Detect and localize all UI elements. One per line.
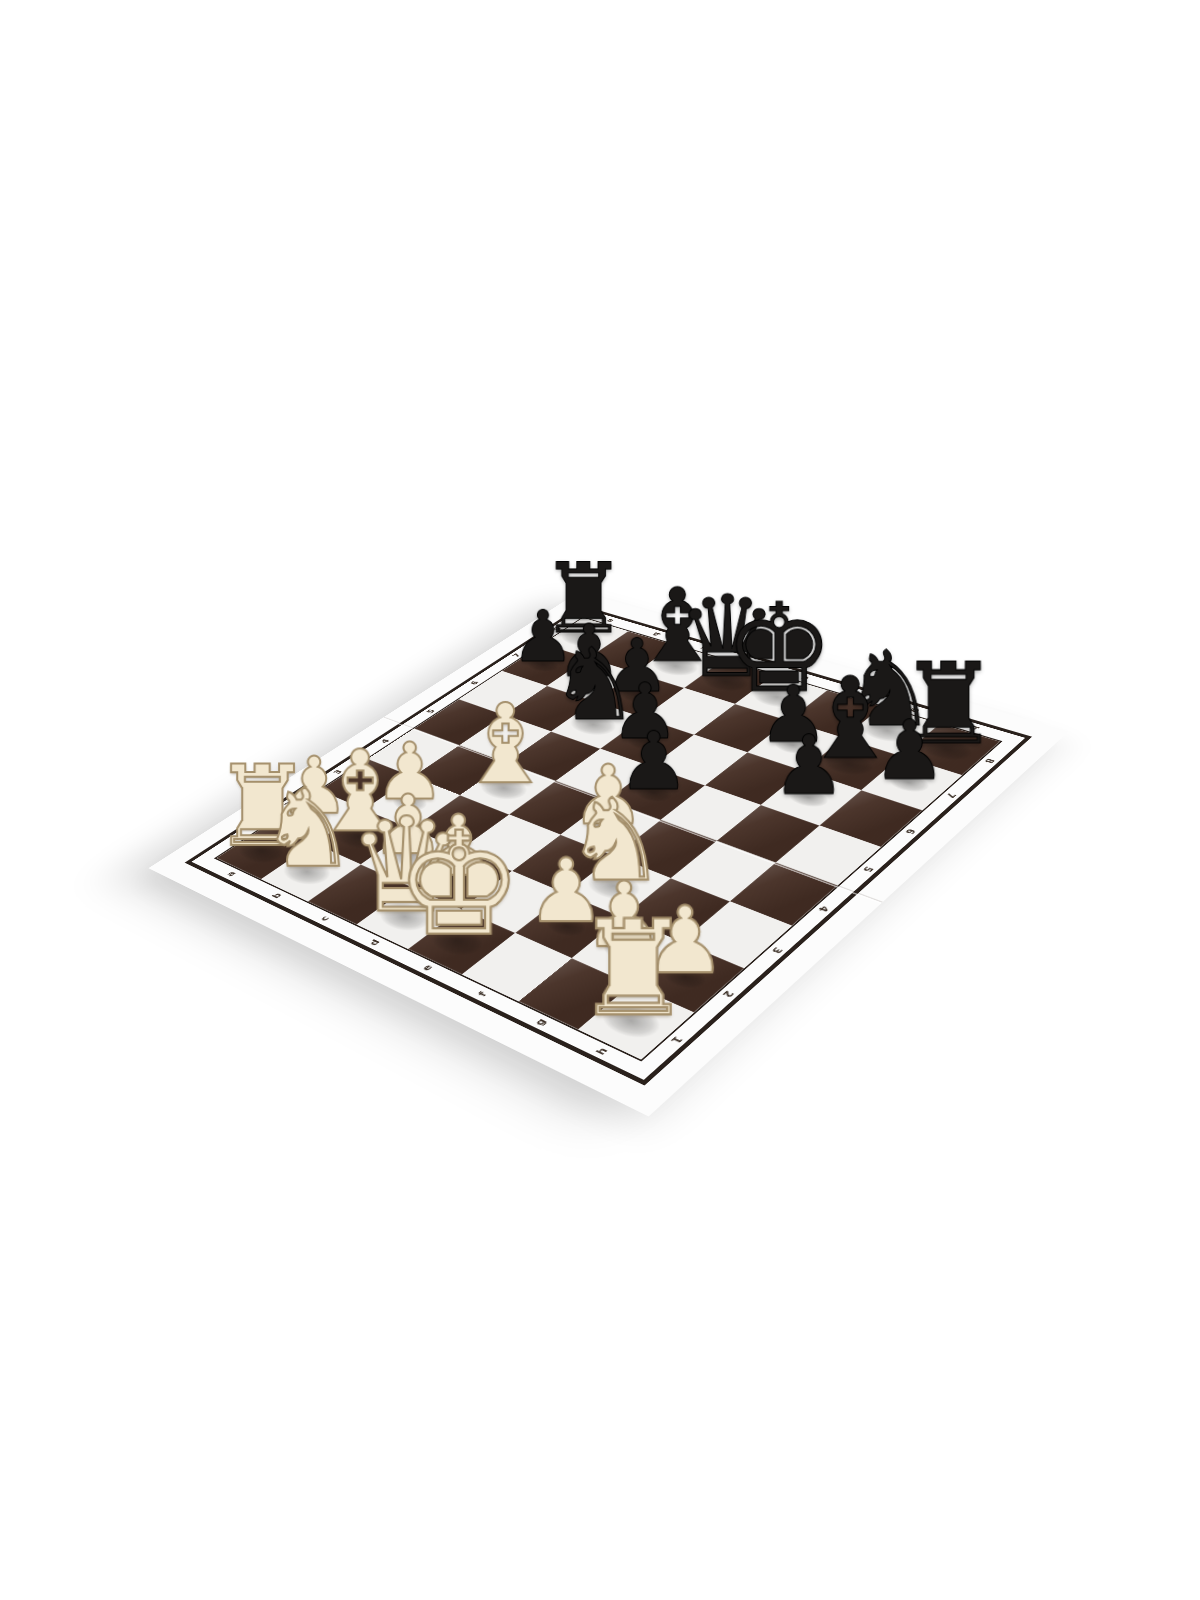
- piece-glyph: ♟: [772, 732, 846, 799]
- product-photo-scene: abcdefgh abcdefgh 87654321 87654321 ♜♝♛♚…: [0, 0, 1200, 1600]
- chess-board: ♜♝♛♚♞♜♟♟♟♟♝♟♞♟♟♟♝♟♟♞♟♝♟♟♟♟♟♜♞♛♚♜: [217, 618, 1000, 1060]
- piece-glyph: ♞: [259, 785, 356, 874]
- piece-glyph: ♝: [456, 700, 554, 790]
- piece-glyph: ♚: [395, 827, 523, 944]
- vinyl-chess-mat: abcdefgh abcdefgh 87654321 87654321 ♜♝♛♚…: [148, 591, 1068, 1116]
- piece-glyph: ♟: [873, 717, 947, 784]
- piece-glyph: ♜: [574, 915, 693, 1024]
